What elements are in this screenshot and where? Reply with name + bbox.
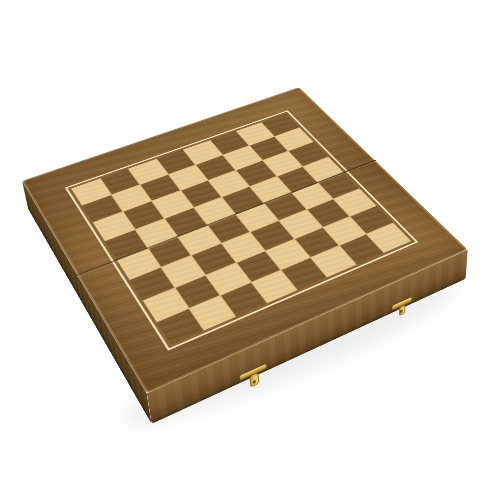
square-r6c5 <box>178 226 220 255</box>
square-r3c7 <box>295 228 338 257</box>
square-r6c7 <box>206 263 250 295</box>
square-r6c8 <box>221 283 266 316</box>
square-r8c8 <box>157 309 203 344</box>
square-r5c6 <box>222 232 265 262</box>
square-r7c8 <box>190 296 236 330</box>
chessboard-box <box>22 87 468 393</box>
square-r5c5 <box>208 214 250 243</box>
square-r6c6 <box>192 244 235 275</box>
square-r8c5 <box>117 249 160 280</box>
square-r1c8 <box>368 223 412 252</box>
square-r2c7 <box>323 217 366 246</box>
square-r2c8 <box>340 235 384 265</box>
square-r5c7 <box>237 251 281 282</box>
square-r7c7 <box>175 276 220 309</box>
product-photo-stage <box>0 0 500 500</box>
square-r4c6 <box>251 221 294 250</box>
square-r8c6 <box>130 268 174 300</box>
perspective-scene <box>0 0 500 500</box>
brass-clasp-right-hook <box>399 304 405 316</box>
board-top-face <box>22 87 468 393</box>
square-r8c3 <box>93 212 134 240</box>
square-r3c6 <box>280 210 322 238</box>
square-r5c8 <box>252 271 297 303</box>
square-r4c8 <box>282 258 327 290</box>
brass-clasp-front-hook <box>249 372 259 388</box>
square-r4c7 <box>266 239 310 269</box>
square-r7c4 <box>135 219 177 248</box>
square-r8c7 <box>143 288 188 322</box>
square-r8c4 <box>105 230 147 260</box>
square-r7c6 <box>161 256 205 287</box>
square-r3c8 <box>311 246 355 277</box>
square-r7c5 <box>148 237 191 267</box>
